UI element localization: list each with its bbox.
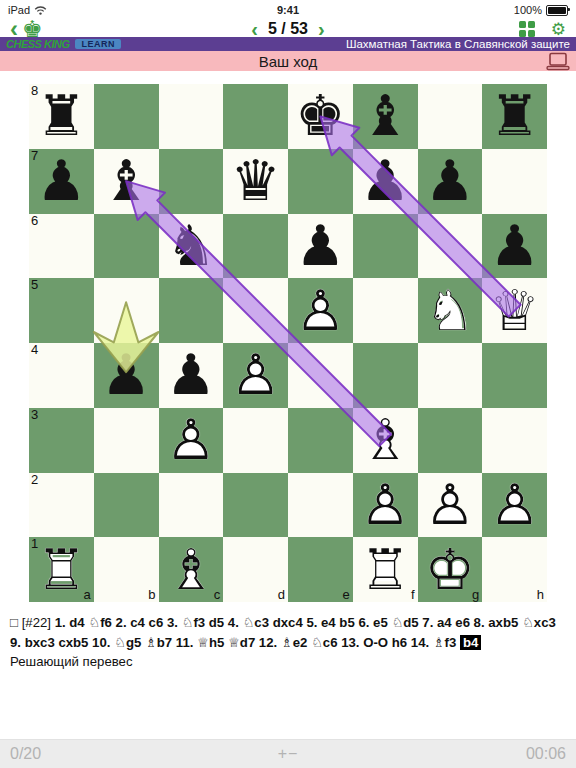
piece-black-pawn[interactable]: ♟ [29, 149, 94, 214]
square-g2[interactable]: ♟♙ [418, 473, 483, 538]
next-puzzle-icon[interactable]: › [318, 22, 325, 36]
piece-black-pawn[interactable]: ♟ [288, 214, 353, 279]
square-f4[interactable] [353, 343, 418, 408]
rank-label: 7 [31, 148, 38, 163]
piece-black-rook[interactable]: ♜ [29, 84, 94, 149]
piece-white-pawn[interactable]: ♟♙ [482, 473, 547, 538]
square-e8[interactable]: ♚ [288, 84, 353, 149]
move-list: □ [#22] 1. d4 ♘f6 2. c4 c6 3. ♘f3 d5 4. … [10, 613, 566, 653]
square-e3[interactable] [288, 408, 353, 473]
learn-badge: LEARN [75, 39, 121, 49]
square-a6[interactable]: 6 [29, 214, 94, 279]
square-f3[interactable]: ♝♗ [353, 408, 418, 473]
square-f2[interactable]: ♟♙ [353, 473, 418, 538]
rank-label: 4 [31, 342, 38, 357]
square-c8[interactable] [159, 84, 224, 149]
square-b4[interactable]: ♟ [94, 343, 159, 408]
square-g3[interactable] [418, 408, 483, 473]
square-g8[interactable] [418, 84, 483, 149]
bottom-bar: 0/20 +− 00:06 [0, 739, 576, 768]
piece-black-knight[interactable]: ♞ [159, 214, 224, 279]
square-d6[interactable] [223, 214, 288, 279]
square-d4[interactable]: ♟♙ [223, 343, 288, 408]
file-label: f [411, 587, 415, 602]
square-b8[interactable] [94, 84, 159, 149]
computer-icon[interactable] [545, 52, 571, 71]
square-b7[interactable]: ♝ [94, 149, 159, 214]
square-d8[interactable] [223, 84, 288, 149]
nav-bar: ‹ ♚ ‹ 5 / 53 › ⚙ [0, 20, 576, 37]
file-label: c [214, 587, 221, 602]
square-e1[interactable]: e [288, 537, 353, 602]
piece-black-king[interactable]: ♚ [288, 84, 353, 149]
square-h5[interactable]: ♛♕ [482, 278, 547, 343]
square-f8[interactable]: ♝ [353, 84, 418, 149]
square-c6[interactable]: ♞ [159, 214, 224, 279]
file-label: h [537, 587, 544, 602]
square-d5[interactable] [223, 278, 288, 343]
square-a7[interactable]: 7♟ [29, 149, 94, 214]
rank-label: 1 [31, 536, 38, 551]
square-g7[interactable]: ♟ [418, 149, 483, 214]
piece-black-pawn[interactable]: ♟ [418, 149, 483, 214]
square-f7[interactable]: ♟ [353, 149, 418, 214]
prev-puzzle-icon[interactable]: ‹ [251, 22, 258, 36]
square-a3[interactable]: 3 [29, 408, 94, 473]
square-a2[interactable]: 2 [29, 473, 94, 538]
piece-white-rook[interactable]: ♜♖ [353, 537, 418, 602]
side-to-move-marker: □ [10, 615, 18, 630]
square-h3[interactable] [482, 408, 547, 473]
file-label: e [343, 587, 350, 602]
battery-icon [546, 5, 568, 16]
problem-number: [#22] [22, 615, 51, 630]
square-f1[interactable]: f♜♖ [353, 537, 418, 602]
square-a1[interactable]: 1a♜♖ [29, 537, 94, 602]
square-e6[interactable]: ♟ [288, 214, 353, 279]
piece-black-pawn[interactable]: ♟ [159, 343, 224, 408]
square-g5[interactable]: ♞♘ [418, 278, 483, 343]
rank-label: 2 [31, 472, 38, 487]
piece-black-pawn[interactable]: ♟ [94, 343, 159, 408]
rank-label: 3 [31, 407, 38, 422]
square-b2[interactable] [94, 473, 159, 538]
rank-label: 5 [31, 277, 38, 292]
square-a4[interactable]: 4 [29, 343, 94, 408]
square-d3[interactable] [223, 408, 288, 473]
square-h1[interactable]: h [482, 537, 547, 602]
square-c1[interactable]: c♝♗ [159, 537, 224, 602]
lesson-title: Шахматная Тактика в Славянской защите [346, 38, 570, 50]
square-g6[interactable] [418, 214, 483, 279]
square-d2[interactable] [223, 473, 288, 538]
piece-white-queen[interactable]: ♛♕ [482, 278, 547, 343]
square-b1[interactable]: b [94, 537, 159, 602]
brand-bar: CHESS KING LEARN Шахматная Тактика в Сла… [0, 37, 576, 51]
square-a5[interactable]: 5 [29, 278, 94, 343]
piece-white-pawn[interactable]: ♟♙ [418, 473, 483, 538]
last-move-highlight: b4 [460, 635, 481, 650]
square-c5[interactable] [159, 278, 224, 343]
piece-black-rook[interactable]: ♜ [482, 84, 547, 149]
your-move-label: Ваш ход [259, 53, 318, 70]
square-h4[interactable] [482, 343, 547, 408]
piece-white-knight[interactable]: ♞♘ [418, 278, 483, 343]
puzzle-counter: 5 / 53 [268, 20, 308, 38]
square-h6[interactable]: ♟ [482, 214, 547, 279]
square-e5[interactable]: ♟♙ [288, 278, 353, 343]
resize-buttons[interactable]: +− [0, 745, 576, 763]
chess-board: 8♜♚♝♜7♟♝♛♟♟6♞♟♟5♟♙♞♘♛♕4♟♟♟♙3♟♙♝♗2♟♙♟♙♟♙1… [29, 84, 547, 602]
piece-white-pawn[interactable]: ♟♙ [223, 343, 288, 408]
square-g4[interactable] [418, 343, 483, 408]
square-f5[interactable] [353, 278, 418, 343]
piece-white-pawn[interactable]: ♟♙ [353, 473, 418, 538]
square-c3[interactable]: ♟♙ [159, 408, 224, 473]
piece-black-queen[interactable]: ♛ [223, 149, 288, 214]
square-h8[interactable]: ♜ [482, 84, 547, 149]
square-d7[interactable]: ♛ [223, 149, 288, 214]
file-label: g [472, 587, 479, 602]
piece-white-pawn[interactable]: ♟♙ [159, 408, 224, 473]
piece-white-bishop[interactable]: ♝♗ [353, 408, 418, 473]
square-f6[interactable] [353, 214, 418, 279]
rank-label: 6 [31, 213, 38, 228]
piece-black-pawn[interactable]: ♟ [482, 214, 547, 279]
square-g1[interactable]: g♚♔ [418, 537, 483, 602]
square-c2[interactable] [159, 473, 224, 538]
status-time: 9:41 [0, 4, 576, 16]
file-label: a [84, 587, 91, 602]
square-e2[interactable] [288, 473, 353, 538]
square-b5[interactable] [94, 278, 159, 343]
rank-label: 8 [31, 83, 38, 98]
prompt-bar: Ваш ход [0, 51, 576, 71]
square-c4[interactable]: ♟ [159, 343, 224, 408]
square-e7[interactable] [288, 149, 353, 214]
piece-white-pawn[interactable]: ♟♙ [288, 278, 353, 343]
piece-black-bishop[interactable]: ♝ [353, 84, 418, 149]
square-a8[interactable]: 8♜ [29, 84, 94, 149]
square-e4[interactable] [288, 343, 353, 408]
square-b3[interactable] [94, 408, 159, 473]
board-area: 8♜♚♝♜7♟♝♛♟♟6♞♟♟5♟♙♞♘♛♕4♟♟♟♙3♟♙♝♗2♟♙♟♙♟♙1… [29, 84, 547, 602]
square-h2[interactable]: ♟♙ [482, 473, 547, 538]
square-c7[interactable] [159, 149, 224, 214]
piece-black-bishop[interactable]: ♝ [94, 149, 159, 214]
evaluation-text: Решающий перевес [10, 654, 566, 669]
square-h7[interactable] [482, 149, 547, 214]
square-d1[interactable]: d [223, 537, 288, 602]
file-label: d [278, 587, 285, 602]
piece-black-pawn[interactable]: ♟ [353, 149, 418, 214]
square-b6[interactable] [94, 214, 159, 279]
status-bar: iPad 9:41 100% [0, 0, 576, 20]
file-label: b [148, 587, 155, 602]
